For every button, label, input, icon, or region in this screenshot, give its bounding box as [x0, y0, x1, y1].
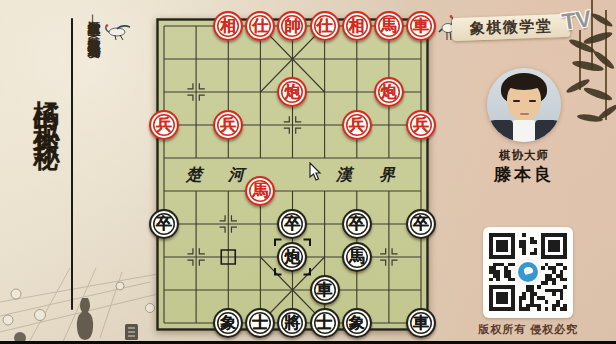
- piece-black-卒[interactable]: 卒: [149, 209, 179, 239]
- piece-black-士[interactable]: 士: [310, 308, 340, 338]
- instructor-avatar: [487, 68, 561, 142]
- piece-black-車[interactable]: 車: [310, 275, 340, 305]
- piece-black-卒[interactable]: 卒: [277, 209, 307, 239]
- avatar-jacket: [487, 120, 513, 142]
- copyright-notice: 版权所有 侵权必究: [458, 322, 598, 337]
- vertical-divider: [71, 18, 73, 310]
- piece-red-車[interactable]: 車: [406, 11, 436, 41]
- piece-red-帥[interactable]: 帥: [277, 11, 307, 41]
- piece-red-兵[interactable]: 兵: [213, 110, 243, 140]
- piece-black-將[interactable]: 將: [277, 308, 307, 338]
- board-grid[interactable]: 相仕帥仕相馬車炮炮兵兵兵兵馬卒卒卒卒炮馬車象士將士象車: [148, 10, 437, 340]
- instructor-title: 棋协大师: [468, 148, 580, 163]
- avatar-eye: [513, 100, 520, 102]
- piece-red-兵[interactable]: 兵: [149, 110, 179, 140]
- piece-red-仕[interactable]: 仕: [310, 11, 340, 41]
- piece-red-相[interactable]: 相: [342, 11, 372, 41]
- piece-black-車[interactable]: 車: [406, 308, 436, 338]
- ink-painting-decoration: [0, 268, 158, 344]
- piece-red-兵[interactable]: 兵: [406, 110, 436, 140]
- mouse-cursor-icon: [308, 162, 322, 182]
- piece-black-士[interactable]: 士: [245, 308, 275, 338]
- avatar-eye: [529, 100, 536, 102]
- piece-red-相[interactable]: 相: [213, 11, 243, 41]
- piece-black-炮[interactable]: 炮: [277, 242, 307, 272]
- xiangqi-board[interactable]: 楚 河 漢 界 相仕帥仕相馬車炮炮兵兵兵兵馬卒卒卒卒炮馬車象士將士象車: [156, 18, 429, 331]
- series-title: 橘中秘探秘: [29, 80, 64, 265]
- avatar-fringe: [505, 76, 543, 90]
- avatar-mouth: [520, 113, 529, 115]
- piece-red-兵[interactable]: 兵: [342, 110, 372, 140]
- piece-black-馬[interactable]: 馬: [342, 242, 372, 272]
- piece-red-馬[interactable]: 馬: [374, 11, 404, 41]
- video-frame: 橘中秘探秘 顺炮横车对直车—顺炮横车破直车（让先篇）炮八进二变 楚 河 漢 界 …: [0, 0, 616, 344]
- piece-black-象[interactable]: 象: [342, 308, 372, 338]
- piece-black-卒[interactable]: 卒: [406, 209, 436, 239]
- lesson-subtitle: 顺炮横车对直车—顺炮横车破直车（让先篇）炮八进二变: [85, 11, 102, 315]
- qr-code: [483, 227, 573, 318]
- piece-red-炮[interactable]: 炮: [277, 77, 307, 107]
- piece-black-象[interactable]: 象: [213, 308, 243, 338]
- channel-logo-text: 象棋微学堂: [469, 17, 552, 39]
- crane-icon: [104, 20, 132, 42]
- instructor-name: 滕本良: [468, 163, 580, 186]
- piece-black-卒[interactable]: 卒: [342, 209, 372, 239]
- piece-red-馬[interactable]: 馬: [245, 176, 275, 206]
- qr-center-logo-icon: [516, 260, 540, 284]
- piece-red-仕[interactable]: 仕: [245, 11, 275, 41]
- piece-red-炮[interactable]: 炮: [374, 77, 404, 107]
- avatar-shirt: [510, 120, 538, 142]
- bamboo-decoration: [552, 0, 616, 150]
